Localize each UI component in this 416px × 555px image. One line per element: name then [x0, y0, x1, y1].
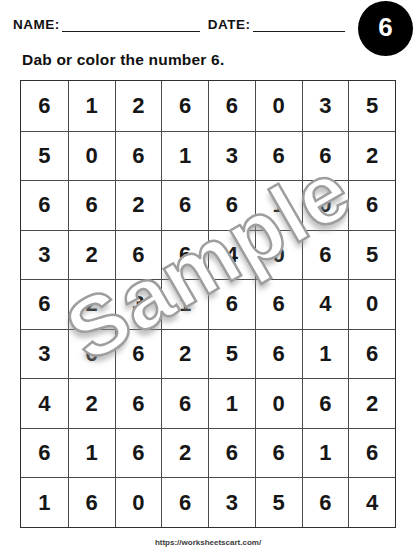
grid-cell-r2c8[interactable]: 2 — [348, 131, 395, 181]
grid-cell-r7c8[interactable]: 2 — [348, 378, 395, 428]
grid-cell-r8c7[interactable]: 1 — [302, 428, 349, 478]
grid-cell-r8c2[interactable]: 1 — [68, 428, 115, 478]
grid-cell-r5c4[interactable]: 1 — [161, 279, 208, 329]
grid-cell-r9c2[interactable]: 6 — [68, 477, 115, 527]
grid-cell-r2c4[interactable]: 1 — [161, 131, 208, 181]
target-number-badge: 6 — [358, 1, 413, 56]
grid-cell-r8c1[interactable]: 6 — [21, 428, 68, 478]
instruction-text: Dab or color the number 6. — [22, 51, 224, 69]
grid-cell-r3c1[interactable]: 6 — [21, 180, 68, 230]
grid-cell-r4c6[interactable]: 0 — [255, 230, 302, 280]
grid-cell-r1c1[interactable]: 6 — [21, 81, 68, 131]
grid-cell-r5c3[interactable]: 3 — [115, 279, 162, 329]
grid-cell-r7c4[interactable]: 6 — [161, 378, 208, 428]
grid-cell-r4c3[interactable]: 6 — [115, 230, 162, 280]
grid-cell-r5c7[interactable]: 4 — [302, 279, 349, 329]
grid-cell-r1c3[interactable]: 2 — [115, 81, 162, 131]
grid-cell-r2c3[interactable]: 6 — [115, 131, 162, 181]
grid-cell-r6c3[interactable]: 6 — [115, 329, 162, 379]
grid-cell-r5c5[interactable]: 6 — [208, 279, 255, 329]
header: NAME:DATE: — [13, 16, 416, 36]
grid-cell-r2c6[interactable]: 6 — [255, 131, 302, 181]
grid-cell-r2c5[interactable]: 3 — [208, 131, 255, 181]
grid-cell-r3c6[interactable]: 1 — [255, 180, 302, 230]
grid-cell-r1c7[interactable]: 3 — [302, 81, 349, 131]
grid-cell-r3c3[interactable]: 2 — [115, 180, 162, 230]
grid-cell-r9c4[interactable]: 6 — [161, 477, 208, 527]
grid-cell-r8c3[interactable]: 6 — [115, 428, 162, 478]
grid-cell-r7c6[interactable]: 0 — [255, 378, 302, 428]
grid-cell-r9c7[interactable]: 6 — [302, 477, 349, 527]
grid-cell-r2c2[interactable]: 0 — [68, 131, 115, 181]
grid-cell-r6c1[interactable]: 3 — [21, 329, 68, 379]
grid-cell-r6c4[interactable]: 2 — [161, 329, 208, 379]
grid-cell-r8c5[interactable]: 6 — [208, 428, 255, 478]
grid-cell-r7c1[interactable]: 4 — [21, 378, 68, 428]
grid-cell-r3c5[interactable]: 6 — [208, 180, 255, 230]
grid-cell-r1c6[interactable]: 0 — [255, 81, 302, 131]
grid-cell-r4c2[interactable]: 2 — [68, 230, 115, 280]
grid-cell-r6c5[interactable]: 5 — [208, 329, 255, 379]
grid-cell-r8c4[interactable]: 2 — [161, 428, 208, 478]
footer-url: https://worksheetscart.com/ — [0, 538, 416, 547]
grid-cell-r5c2[interactable]: 2 — [68, 279, 115, 329]
grid-cell-r9c5[interactable]: 3 — [208, 477, 255, 527]
number-grid: 6126603550613662662661063266406562316640… — [20, 80, 396, 528]
grid-cell-r6c7[interactable]: 1 — [302, 329, 349, 379]
grid-cell-r7c2[interactable]: 2 — [68, 378, 115, 428]
grid-cell-r6c6[interactable]: 6 — [255, 329, 302, 379]
grid-cell-r5c1[interactable]: 6 — [21, 279, 68, 329]
grid-cell-r9c6[interactable]: 5 — [255, 477, 302, 527]
badge-number: 6 — [378, 12, 392, 43]
grid-cell-r7c7[interactable]: 6 — [302, 378, 349, 428]
name-blank-field[interactable] — [62, 16, 200, 32]
grid-cell-r3c8[interactable]: 6 — [348, 180, 395, 230]
grid-cell-r1c2[interactable]: 1 — [68, 81, 115, 131]
grid-cell-r8c6[interactable]: 6 — [255, 428, 302, 478]
grid-cell-r2c1[interactable]: 5 — [21, 131, 68, 181]
grid-cell-r4c5[interactable]: 4 — [208, 230, 255, 280]
grid-cell-r9c3[interactable]: 0 — [115, 477, 162, 527]
grid-cell-r6c8[interactable]: 6 — [348, 329, 395, 379]
grid-cell-r7c5[interactable]: 1 — [208, 378, 255, 428]
grid-cell-r9c8[interactable]: 4 — [348, 477, 395, 527]
grid-cell-r3c7[interactable]: 0 — [302, 180, 349, 230]
grid-cell-r9c1[interactable]: 1 — [21, 477, 68, 527]
grid-cell-r6c2[interactable]: 6 — [68, 329, 115, 379]
grid-cell-r8c8[interactable]: 6 — [348, 428, 395, 478]
grid-cell-r4c1[interactable]: 3 — [21, 230, 68, 280]
grid-cell-r3c4[interactable]: 6 — [161, 180, 208, 230]
grid-cell-r1c4[interactable]: 6 — [161, 81, 208, 131]
date-label: DATE: — [208, 17, 251, 32]
grid-cell-r5c6[interactable]: 6 — [255, 279, 302, 329]
grid-cell-r3c2[interactable]: 6 — [68, 180, 115, 230]
grid-cell-r4c4[interactable]: 6 — [161, 230, 208, 280]
grid-cell-r7c3[interactable]: 6 — [115, 378, 162, 428]
date-blank-field[interactable] — [253, 16, 345, 32]
grid-cell-r1c5[interactable]: 6 — [208, 81, 255, 131]
grid-cell-r4c8[interactable]: 5 — [348, 230, 395, 280]
grid-cell-r4c7[interactable]: 6 — [302, 230, 349, 280]
name-label: NAME: — [13, 17, 60, 32]
grid-cell-r5c8[interactable]: 0 — [348, 279, 395, 329]
grid-cell-r2c7[interactable]: 6 — [302, 131, 349, 181]
grid-cell-r1c8[interactable]: 5 — [348, 81, 395, 131]
